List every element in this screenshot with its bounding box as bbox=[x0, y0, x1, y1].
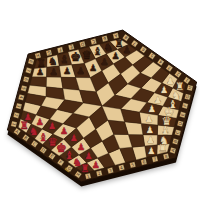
coordinate-label: 5 bbox=[21, 85, 27, 91]
piece-white-p: ♟ bbox=[166, 76, 174, 86]
piece-black-p: ♟ bbox=[100, 57, 108, 67]
piece-black-p: ♟ bbox=[89, 63, 97, 73]
piece-white-p: ♟ bbox=[145, 114, 153, 124]
coordinate-label: 1 bbox=[85, 173, 91, 179]
coordinate-label: 3 bbox=[16, 103, 22, 109]
piece-red-p: ♟ bbox=[48, 121, 56, 131]
coordinate-label: D bbox=[79, 41, 85, 47]
piece-black-b: ♝ bbox=[93, 45, 102, 57]
coordinate-label: 1 bbox=[11, 121, 17, 127]
coordinate-label: 6 bbox=[23, 76, 29, 82]
coordinate-label: 5 bbox=[130, 162, 136, 168]
coordinate-label: 7 bbox=[152, 156, 158, 162]
coordinate-label: 4 bbox=[118, 165, 124, 171]
piece-red-p: ♟ bbox=[60, 126, 68, 136]
coordinate-label: 2 bbox=[96, 170, 102, 176]
coordinate-label: F bbox=[182, 103, 188, 109]
coordinate-label: D bbox=[177, 120, 183, 126]
coordinate-label: C bbox=[175, 129, 181, 135]
photo-canvas: 12345678ABCDEFGH87654321ABCDEFGH12345678… bbox=[0, 0, 200, 200]
piece-white-p: ♟ bbox=[160, 85, 168, 95]
piece-black-p: ♟ bbox=[49, 67, 57, 77]
coordinate-label: G bbox=[184, 94, 190, 100]
piece-black-p: ♟ bbox=[123, 45, 131, 55]
piece-white-p: ♟ bbox=[147, 146, 155, 156]
piece-black-p: ♟ bbox=[63, 66, 71, 76]
piece-white-p: ♟ bbox=[148, 104, 156, 114]
piece-black-q: ♛ bbox=[82, 48, 92, 62]
piece-black-p: ♟ bbox=[36, 67, 44, 77]
piece-red-b: ♝ bbox=[38, 131, 47, 143]
coordinate-label: F bbox=[57, 47, 63, 53]
coordinate-label: E bbox=[68, 44, 74, 50]
piece-black-p: ♟ bbox=[112, 51, 120, 61]
coordinate-label: 6 bbox=[141, 159, 147, 165]
piece-white-p: ♟ bbox=[146, 125, 154, 135]
coordinate-label: C bbox=[90, 38, 96, 44]
piece-red-p: ♟ bbox=[36, 117, 44, 127]
coordinate-label: E bbox=[180, 112, 186, 118]
piece-red-p: ♟ bbox=[24, 112, 32, 122]
coordinate-label: 2 bbox=[13, 112, 19, 118]
piece-black-p: ♟ bbox=[76, 66, 84, 76]
coordinate-label: 7 bbox=[25, 67, 31, 73]
coordinate-label: H bbox=[187, 85, 193, 91]
piece-white-r: ♜ bbox=[175, 81, 184, 92]
piece-black-b: ♝ bbox=[59, 53, 68, 65]
piece-red-r: ♜ bbox=[81, 163, 90, 174]
piece-red-n: ♞ bbox=[29, 125, 38, 137]
piece-black-n: ♞ bbox=[48, 55, 57, 67]
coordinate-label: 8 bbox=[28, 58, 34, 64]
three-player-chess-board: 12345678ABCDEFGH87654321ABCDEFGH12345678… bbox=[0, 0, 200, 200]
board-cell bbox=[46, 77, 63, 89]
coordinate-label: B bbox=[172, 138, 178, 144]
piece-white-p: ♟ bbox=[154, 95, 162, 105]
coordinate-label: 4 bbox=[18, 94, 24, 100]
coordinate-label: A bbox=[170, 147, 176, 153]
coordinate-label: 3 bbox=[107, 167, 113, 173]
piece-black-k: ♚ bbox=[70, 50, 81, 64]
piece-red-p: ♟ bbox=[92, 160, 100, 170]
piece-white-p: ♟ bbox=[146, 135, 154, 145]
